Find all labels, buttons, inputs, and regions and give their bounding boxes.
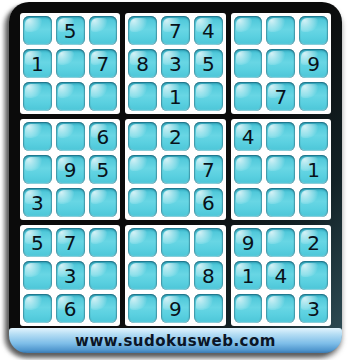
sudoku-box: 748351	[125, 13, 225, 114]
cell-digit: 5	[64, 21, 77, 41]
sudoku-cell-r9c3[interactable]	[89, 294, 118, 323]
sudoku-cell-r2c1[interactable]: 1	[23, 49, 52, 78]
sudoku-cell-r5c5[interactable]	[161, 155, 190, 184]
cell-digit: 4	[274, 266, 287, 286]
sudoku-cell-r8c7[interactable]: 1	[234, 261, 263, 290]
sudoku-cell-r8c6[interactable]: 8	[194, 261, 223, 290]
sudoku-box: 89	[125, 225, 225, 326]
sudoku-cell-r8c8[interactable]: 4	[266, 261, 295, 290]
sudoku-cell-r5c8[interactable]	[266, 155, 295, 184]
cell-digit: 9	[169, 299, 182, 319]
sudoku-cell-r8c1[interactable]	[23, 261, 52, 290]
sudoku-cell-r9c5[interactable]: 9	[161, 294, 190, 323]
sudoku-cell-r9c8[interactable]	[266, 294, 295, 323]
sudoku-cell-r4c8[interactable]	[266, 122, 295, 151]
cell-digit: 5	[202, 54, 215, 74]
sudoku-cell-r8c9[interactable]	[299, 261, 328, 290]
cell-digit: 3	[31, 193, 44, 213]
sudoku-cell-r7c8[interactable]	[266, 228, 295, 257]
sudoku-cell-r3c6[interactable]	[194, 82, 223, 111]
cell-digit: 1	[169, 87, 182, 107]
cell-digit: 3	[307, 299, 320, 319]
sudoku-cell-r8c2[interactable]: 3	[56, 261, 85, 290]
cell-digit: 1	[31, 54, 44, 74]
sudoku-cell-r2c7[interactable]	[234, 49, 263, 78]
sudoku-cell-r9c4[interactable]	[128, 294, 157, 323]
sudoku-cell-r1c2[interactable]: 5	[56, 16, 85, 45]
sudoku-box: 276	[125, 119, 225, 220]
sudoku-cell-r3c7[interactable]	[234, 82, 263, 111]
sudoku-cell-r1c7[interactable]	[234, 16, 263, 45]
sudoku-cell-r7c7[interactable]: 9	[234, 228, 263, 257]
sudoku-cell-r1c3[interactable]	[89, 16, 118, 45]
sudoku-cell-r2c6[interactable]: 5	[194, 49, 223, 78]
cell-digit: 7	[202, 160, 215, 180]
cell-digit: 7	[64, 233, 77, 253]
sudoku-cell-r4c1[interactable]	[23, 122, 52, 151]
sudoku-cell-r9c1[interactable]	[23, 294, 52, 323]
sudoku-cell-r2c3[interactable]: 7	[89, 49, 118, 78]
sudoku-cell-r6c4[interactable]	[128, 188, 157, 217]
cell-digit: 3	[64, 266, 77, 286]
cell-digit: 5	[97, 160, 110, 180]
cell-digit: 4	[202, 21, 215, 41]
sudoku-cell-r9c9[interactable]: 3	[299, 294, 328, 323]
sudoku-cell-r6c8[interactable]	[266, 188, 295, 217]
sudoku-cell-r4c2[interactable]	[56, 122, 85, 151]
sudoku-cell-r4c9[interactable]	[299, 122, 328, 151]
sudoku-box: 6953	[20, 119, 120, 220]
sudoku-board-frame: 5177483519769532764157368992143 www.sudo…	[9, 2, 342, 353]
sudoku-box: 97	[231, 13, 331, 114]
sudoku-cell-r9c7[interactable]	[234, 294, 263, 323]
sudoku-cell-r1c4[interactable]	[128, 16, 157, 45]
sudoku-cell-r6c9[interactable]	[299, 188, 328, 217]
sudoku-cell-r8c5[interactable]	[161, 261, 190, 290]
sudoku-cell-r1c1[interactable]	[23, 16, 52, 45]
sudoku-cell-r6c6[interactable]: 6	[194, 188, 223, 217]
cell-digit: 2	[307, 233, 320, 253]
sudoku-cell-r3c2[interactable]	[56, 82, 85, 111]
sudoku-cell-r1c6[interactable]: 4	[194, 16, 223, 45]
cell-digit: 1	[242, 266, 255, 286]
cell-digit: 6	[64, 299, 77, 319]
sudoku-cell-r6c3[interactable]	[89, 188, 118, 217]
cell-digit: 4	[242, 127, 255, 147]
cell-digit: 7	[97, 54, 110, 74]
sudoku-cell-r3c5[interactable]: 1	[161, 82, 190, 111]
sudoku-cell-r5c3[interactable]: 5	[89, 155, 118, 184]
sudoku-cell-r3c9[interactable]	[299, 82, 328, 111]
cell-digit: 9	[64, 160, 77, 180]
sudoku-cell-r9c2[interactable]: 6	[56, 294, 85, 323]
sudoku-cell-r5c4[interactable]	[128, 155, 157, 184]
sudoku-cell-r5c9[interactable]: 1	[299, 155, 328, 184]
footer-bar: www.sudokusweb.com	[9, 328, 342, 353]
sudoku-page: 5177483519769532764157368992143 www.sudo…	[0, 0, 350, 360]
cell-digit: 2	[169, 127, 182, 147]
sudoku-cell-r7c3[interactable]	[89, 228, 118, 257]
sudoku-cell-r1c5[interactable]: 7	[161, 16, 190, 45]
sudoku-cell-r4c6[interactable]	[194, 122, 223, 151]
sudoku-cell-r4c3[interactable]: 6	[89, 122, 118, 151]
sudoku-cell-r8c4[interactable]	[128, 261, 157, 290]
sudoku-cell-r5c7[interactable]	[234, 155, 263, 184]
sudoku-cell-r2c2[interactable]	[56, 49, 85, 78]
sudoku-cell-r7c6[interactable]	[194, 228, 223, 257]
sudoku-cell-r3c1[interactable]	[23, 82, 52, 111]
sudoku-cell-r7c2[interactable]: 7	[56, 228, 85, 257]
sudoku-cell-r4c7[interactable]: 4	[234, 122, 263, 151]
sudoku-box: 517	[20, 13, 120, 114]
sudoku-cell-r6c7[interactable]	[234, 188, 263, 217]
sudoku-cell-r2c4[interactable]: 8	[128, 49, 157, 78]
sudoku-box: 92143	[231, 225, 331, 326]
cell-digit: 9	[242, 233, 255, 253]
sudoku-cell-r3c3[interactable]	[89, 82, 118, 111]
sudoku-cell-r8c3[interactable]	[89, 261, 118, 290]
sudoku-cell-r7c4[interactable]	[128, 228, 157, 257]
cell-digit: 5	[31, 233, 44, 253]
sudoku-cell-r2c9[interactable]: 9	[299, 49, 328, 78]
cell-digit: 3	[169, 54, 182, 74]
cell-digit: 6	[202, 193, 215, 213]
cell-digit: 8	[136, 54, 149, 74]
sudoku-cell-r6c5[interactable]	[161, 188, 190, 217]
sudoku-cell-r5c2[interactable]: 9	[56, 155, 85, 184]
cell-digit: 7	[169, 21, 182, 41]
cell-digit: 7	[274, 87, 287, 107]
sudoku-cell-r2c8[interactable]	[266, 49, 295, 78]
sudoku-cell-r7c1[interactable]: 5	[23, 228, 52, 257]
cell-digit: 8	[202, 266, 215, 286]
sudoku-cell-r3c8[interactable]: 7	[266, 82, 295, 111]
sudoku-cell-r1c8[interactable]	[266, 16, 295, 45]
sudoku-box: 5736	[20, 225, 120, 326]
sudoku-cell-r7c5[interactable]	[161, 228, 190, 257]
sudoku-cell-r4c5[interactable]: 2	[161, 122, 190, 151]
site-url-link[interactable]: www.sudokusweb.com	[75, 332, 276, 350]
sudoku-cell-r9c6[interactable]	[194, 294, 223, 323]
sudoku-cell-r6c1[interactable]: 3	[23, 188, 52, 217]
cell-digit: 6	[97, 127, 110, 147]
sudoku-cell-r3c4[interactable]	[128, 82, 157, 111]
cell-digit: 1	[307, 160, 320, 180]
sudoku-cell-r1c9[interactable]	[299, 16, 328, 45]
sudoku-cell-r2c5[interactable]: 3	[161, 49, 190, 78]
cell-digit: 9	[307, 54, 320, 74]
sudoku-cell-r5c6[interactable]: 7	[194, 155, 223, 184]
sudoku-board: 5177483519769532764157368992143	[20, 13, 331, 326]
sudoku-cell-r7c9[interactable]: 2	[299, 228, 328, 257]
sudoku-cell-r4c4[interactable]	[128, 122, 157, 151]
sudoku-cell-r5c1[interactable]	[23, 155, 52, 184]
sudoku-cell-r6c2[interactable]	[56, 188, 85, 217]
sudoku-box: 41	[231, 119, 331, 220]
